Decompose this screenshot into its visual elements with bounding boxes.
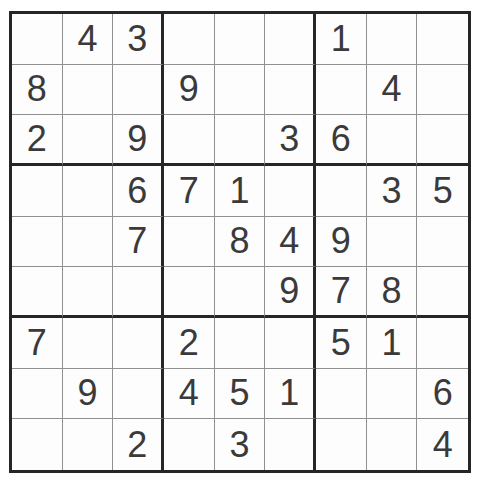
sudoku-cell-r7c6[interactable] xyxy=(265,318,316,369)
sudoku-cell-r4c1[interactable] xyxy=(12,166,63,217)
sudoku-cell-r5c3[interactable]: 7 xyxy=(113,217,164,268)
sudoku-cell-r8c5[interactable]: 5 xyxy=(215,369,266,420)
sudoku-cell-r7c7[interactable]: 5 xyxy=(316,318,367,369)
sudoku-cell-r1c9[interactable] xyxy=(417,14,468,65)
sudoku-cell-r4c4[interactable]: 7 xyxy=(164,166,215,217)
sudoku-cell-r1c2[interactable]: 4 xyxy=(63,14,114,65)
sudoku-cell-r3c4[interactable] xyxy=(164,115,215,166)
sudoku-cell-r2c1[interactable]: 8 xyxy=(12,65,63,116)
sudoku-cell-r1c1[interactable] xyxy=(12,14,63,65)
sudoku-cell-r5c5[interactable]: 8 xyxy=(215,217,266,268)
sudoku-cell-r1c6[interactable] xyxy=(265,14,316,65)
sudoku-cell-r8c1[interactable] xyxy=(12,369,63,420)
sudoku-cell-r4c3[interactable]: 6 xyxy=(113,166,164,217)
sudoku-cell-r8c7[interactable] xyxy=(316,369,367,420)
sudoku-cell-r9c9[interactable]: 4 xyxy=(417,419,468,470)
sudoku-cell-r9c1[interactable] xyxy=(12,419,63,470)
sudoku-cell-r2c2[interactable] xyxy=(63,65,114,116)
sudoku-cell-r5c6[interactable]: 4 xyxy=(265,217,316,268)
sudoku-cell-r7c1[interactable]: 7 xyxy=(12,318,63,369)
sudoku-cell-r3c7[interactable]: 6 xyxy=(316,115,367,166)
sudoku-cell-r6c2[interactable] xyxy=(63,267,114,318)
sudoku-cell-r3c1[interactable]: 2 xyxy=(12,115,63,166)
sudoku-cell-r8c8[interactable] xyxy=(367,369,418,420)
sudoku-cell-r8c2[interactable]: 9 xyxy=(63,369,114,420)
sudoku-cell-r1c5[interactable] xyxy=(215,14,266,65)
sudoku-cell-r3c9[interactable] xyxy=(417,115,468,166)
sudoku-cell-r1c7[interactable]: 1 xyxy=(316,14,367,65)
sudoku-cell-r8c3[interactable] xyxy=(113,369,164,420)
sudoku-cell-r5c9[interactable] xyxy=(417,217,468,268)
sudoku-cell-r3c2[interactable] xyxy=(63,115,114,166)
sudoku-cell-r7c3[interactable] xyxy=(113,318,164,369)
sudoku-cell-r1c3[interactable]: 3 xyxy=(113,14,164,65)
sudoku-cell-r4c9[interactable]: 5 xyxy=(417,166,468,217)
sudoku-cell-r5c7[interactable]: 9 xyxy=(316,217,367,268)
sudoku-cell-r1c8[interactable] xyxy=(367,14,418,65)
sudoku-cell-r2c7[interactable] xyxy=(316,65,367,116)
sudoku-cell-r9c4[interactable] xyxy=(164,419,215,470)
sudoku-cell-r3c5[interactable] xyxy=(215,115,266,166)
sudoku-cell-r9c8[interactable] xyxy=(367,419,418,470)
sudoku-cell-r6c7[interactable]: 7 xyxy=(316,267,367,318)
sudoku-cell-r2c3[interactable] xyxy=(113,65,164,116)
sudoku-cell-r4c5[interactable]: 1 xyxy=(215,166,266,217)
sudoku-cell-r6c5[interactable] xyxy=(215,267,266,318)
sudoku-cell-r7c2[interactable] xyxy=(63,318,114,369)
sudoku-cell-r5c1[interactable] xyxy=(12,217,63,268)
sudoku-cell-r8c6[interactable]: 1 xyxy=(265,369,316,420)
sudoku-cell-r6c9[interactable] xyxy=(417,267,468,318)
sudoku-cell-r5c2[interactable] xyxy=(63,217,114,268)
sudoku-cell-r7c4[interactable]: 2 xyxy=(164,318,215,369)
sudoku-cell-r6c3[interactable] xyxy=(113,267,164,318)
sudoku-cell-r2c8[interactable]: 4 xyxy=(367,65,418,116)
sudoku-cell-r8c4[interactable]: 4 xyxy=(164,369,215,420)
sudoku-cell-r4c6[interactable] xyxy=(265,166,316,217)
sudoku-cell-r6c8[interactable]: 8 xyxy=(367,267,418,318)
sudoku-cell-r9c6[interactable] xyxy=(265,419,316,470)
sudoku-cell-r2c6[interactable] xyxy=(265,65,316,116)
sudoku-cell-r7c8[interactable]: 1 xyxy=(367,318,418,369)
sudoku-cell-r6c4[interactable] xyxy=(164,267,215,318)
sudoku-cell-r7c5[interactable] xyxy=(215,318,266,369)
sudoku-cell-r3c8[interactable] xyxy=(367,115,418,166)
sudoku-cell-r9c5[interactable]: 3 xyxy=(215,419,266,470)
sudoku-cell-r6c1[interactable] xyxy=(12,267,63,318)
sudoku-cell-r5c4[interactable] xyxy=(164,217,215,268)
sudoku-cell-r7c9[interactable] xyxy=(417,318,468,369)
sudoku-cell-r8c9[interactable]: 6 xyxy=(417,369,468,420)
sudoku-cell-r3c3[interactable]: 9 xyxy=(113,115,164,166)
sudoku-board: 4318942936671357849978725194516234 xyxy=(9,11,471,473)
sudoku-cell-r9c7[interactable] xyxy=(316,419,367,470)
sudoku-cell-r6c6[interactable]: 9 xyxy=(265,267,316,318)
sudoku-cell-r1c4[interactable] xyxy=(164,14,215,65)
sudoku-cell-r9c3[interactable]: 2 xyxy=(113,419,164,470)
sudoku-cell-r3c6[interactable]: 3 xyxy=(265,115,316,166)
sudoku-cell-r2c9[interactable] xyxy=(417,65,468,116)
sudoku-cell-r4c2[interactable] xyxy=(63,166,114,217)
sudoku-cell-r4c8[interactable]: 3 xyxy=(367,166,418,217)
sudoku-cell-r4c7[interactable] xyxy=(316,166,367,217)
sudoku-cell-r2c5[interactable] xyxy=(215,65,266,116)
sudoku-cell-r5c8[interactable] xyxy=(367,217,418,268)
sudoku-cell-r2c4[interactable]: 9 xyxy=(164,65,215,116)
sudoku-cell-r9c2[interactable] xyxy=(63,419,114,470)
